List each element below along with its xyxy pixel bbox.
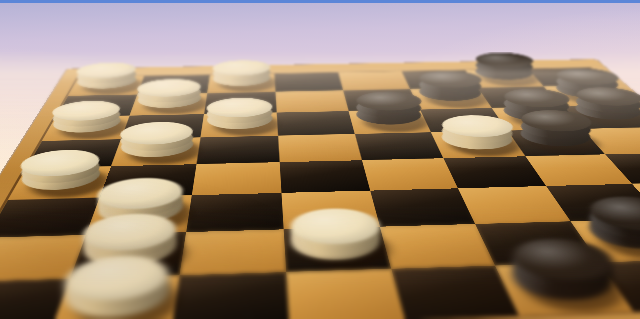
square-r5c5[interactable] [362,158,458,190]
square-r3c4[interactable] [276,111,354,136]
white-piece[interactable] [205,114,273,136]
square-r6c5[interactable] [370,188,475,226]
white-piece[interactable] [211,75,270,92]
white-piece[interactable] [15,168,105,197]
white-piece[interactable] [437,132,519,156]
square-r6c3[interactable] [185,193,283,232]
square-r2c2[interactable] [130,93,207,115]
square-r1c3[interactable] [207,74,276,94]
square-r5c4[interactable] [279,160,370,193]
white-piece[interactable] [48,117,125,139]
square-r7c3[interactable] [179,229,286,275]
square-r1c5[interactable] [338,71,410,90]
square-r4c2[interactable] [111,137,199,166]
square-r5c3[interactable] [191,162,281,195]
white-piece[interactable] [73,77,140,94]
checkers-board[interactable] [0,59,640,319]
board-grid [0,68,640,319]
square-r4c5[interactable] [355,132,444,160]
white-piece[interactable] [135,95,202,114]
square-r3c3[interactable] [200,112,278,137]
square-r4c6[interactable] [431,130,525,158]
black-piece[interactable] [513,130,599,154]
square-r8c2[interactable] [51,275,179,319]
square-r4c3[interactable] [196,136,280,165]
square-r3c1[interactable] [42,115,130,140]
square-r8c3[interactable] [171,272,289,319]
square-r2c6[interactable] [411,88,492,109]
white-piece[interactable] [290,229,384,269]
square-r2c4[interactable] [275,91,348,113]
square-r1c1[interactable] [68,76,144,96]
black-piece[interactable] [415,89,485,108]
photo-frame [0,0,640,319]
top-border-line [0,0,640,3]
square-r5c1[interactable] [8,166,112,200]
board-perspective-scene [0,0,640,319]
square-r4c4[interactable] [278,134,362,162]
square-r7c4[interactable] [283,226,391,271]
black-piece[interactable] [504,265,623,311]
square-r1c4[interactable] [274,73,343,92]
white-piece[interactable] [60,278,171,319]
square-r3c5[interactable] [349,109,432,134]
white-piece[interactable] [118,139,195,164]
square-r8c4[interactable] [286,269,405,319]
black-piece[interactable] [354,111,426,132]
